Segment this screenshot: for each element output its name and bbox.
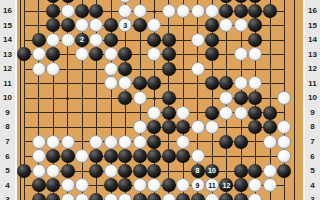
black-stone-c7-r4[interactable] bbox=[104, 178, 118, 192]
black-stone-c14-r11[interactable] bbox=[205, 76, 219, 90]
row-label-left-7: 7 bbox=[0, 137, 15, 146]
black-stone-c8-r6[interactable] bbox=[118, 149, 132, 163]
black-stone-c9-r11[interactable] bbox=[133, 76, 147, 90]
move-9-stone[interactable]: 9 bbox=[191, 178, 205, 192]
white-stone-c8-r3[interactable] bbox=[118, 193, 132, 200]
white-stone-c15-r9[interactable] bbox=[219, 106, 233, 120]
black-stone-c15-r16[interactable] bbox=[219, 4, 233, 18]
black-stone-c3-r15[interactable] bbox=[46, 18, 60, 32]
black-stone-c8-r12[interactable] bbox=[118, 62, 132, 76]
white-stone-c17-r3[interactable] bbox=[248, 193, 262, 200]
white-stone-c2-r6[interactable] bbox=[32, 149, 46, 163]
row-label-right-4: 4 bbox=[305, 181, 320, 190]
white-stone-c5-r3[interactable] bbox=[75, 193, 89, 200]
row-label-right-15: 15 bbox=[305, 21, 320, 30]
row-label-left-13: 13 bbox=[0, 50, 15, 59]
black-stone-c16-r4[interactable] bbox=[234, 178, 248, 192]
white-stone-c16-r11[interactable] bbox=[234, 76, 248, 90]
black-stone-c3-r3[interactable] bbox=[46, 193, 60, 200]
white-stone-c3-r5[interactable] bbox=[46, 164, 60, 178]
white-stone-c9-r16[interactable] bbox=[133, 4, 147, 18]
black-stone-c16-r17[interactable] bbox=[234, 0, 248, 3]
black-stone-c8-r4[interactable] bbox=[118, 178, 132, 192]
black-stone-c6-r13[interactable] bbox=[89, 47, 103, 61]
row-label-right-14: 14 bbox=[305, 35, 320, 44]
row-labels-left: 161514131211109876543 bbox=[0, 0, 17, 200]
white-stone-c2-r5[interactable] bbox=[32, 164, 46, 178]
black-stone-c9-r15[interactable] bbox=[133, 18, 147, 32]
row-label-right-5: 5 bbox=[305, 166, 320, 175]
black-stone-c15-r3[interactable] bbox=[219, 193, 233, 200]
black-stone-c15-r7[interactable] bbox=[219, 135, 233, 149]
white-stone-c3-r14[interactable] bbox=[46, 33, 60, 47]
black-stone-c10-r14[interactable] bbox=[147, 33, 161, 47]
black-stone-c3-r6[interactable] bbox=[46, 149, 60, 163]
white-stone-c9-r8[interactable] bbox=[133, 120, 147, 134]
move-3-stone[interactable]: 3 bbox=[118, 18, 132, 32]
black-stone-c16-r10[interactable] bbox=[234, 91, 248, 105]
black-stone-c2-r3[interactable] bbox=[32, 193, 46, 200]
row-label-left-10: 10 bbox=[0, 93, 15, 102]
row-label-right-12: 12 bbox=[305, 64, 320, 73]
white-stone-c9-r7[interactable] bbox=[133, 135, 147, 149]
black-stone-c3-r13[interactable] bbox=[46, 47, 60, 61]
white-stone-c8-r7[interactable] bbox=[118, 135, 132, 149]
white-stone-c17-r13[interactable] bbox=[248, 47, 262, 61]
black-stone-c17-r9[interactable] bbox=[248, 106, 262, 120]
white-stone-c14-r3[interactable] bbox=[205, 193, 219, 200]
white-stone-c12-r16[interactable] bbox=[176, 4, 190, 18]
black-stone-c1-r13[interactable] bbox=[17, 47, 31, 61]
white-stone-c4-r14[interactable] bbox=[61, 33, 75, 47]
row-label-right-11: 11 bbox=[305, 79, 320, 88]
white-stone-c8-r17[interactable] bbox=[118, 0, 132, 3]
black-stone-c17-r5[interactable] bbox=[248, 164, 262, 178]
black-stone-c11-r14[interactable] bbox=[162, 33, 176, 47]
row-label-left-3: 3 bbox=[0, 195, 15, 200]
black-stone-c9-r5[interactable] bbox=[133, 164, 147, 178]
black-stone-c14-r15[interactable] bbox=[205, 18, 219, 32]
white-stone-c12-r9[interactable] bbox=[176, 106, 190, 120]
black-stone-c12-r3[interactable] bbox=[176, 193, 190, 200]
black-stone-c19-r5[interactable] bbox=[277, 164, 291, 178]
black-stone-c6-r3[interactable] bbox=[89, 193, 103, 200]
white-stone-c7-r7[interactable] bbox=[104, 135, 118, 149]
black-stone-c16-r16[interactable] bbox=[234, 4, 248, 18]
white-stone-c11-r16[interactable] bbox=[162, 4, 176, 18]
row-label-left-12: 12 bbox=[0, 64, 15, 73]
move-8-stone[interactable]: 8 bbox=[191, 164, 205, 178]
white-stone-c7-r12[interactable] bbox=[104, 62, 118, 76]
white-stone-c8-r16[interactable] bbox=[118, 4, 132, 18]
black-stone-c11-r10[interactable] bbox=[162, 91, 176, 105]
row-label-left-8: 8 bbox=[0, 122, 15, 131]
white-stone-c10-r13[interactable] bbox=[147, 47, 161, 61]
black-stone-c1-r5[interactable] bbox=[17, 164, 31, 178]
black-stone-c11-r12[interactable] bbox=[162, 62, 176, 76]
row-label-left-5: 5 bbox=[0, 166, 15, 175]
white-stone-c17-r11[interactable] bbox=[248, 76, 262, 90]
white-stone-c9-r10[interactable] bbox=[133, 91, 147, 105]
white-stone-c3-r12[interactable] bbox=[46, 62, 60, 76]
white-stone-c16-r13[interactable] bbox=[234, 47, 248, 61]
go-board-screenshot: 161514131211109876543 161514131211109876… bbox=[0, 0, 320, 200]
black-stone-c4-r6[interactable] bbox=[61, 149, 75, 163]
white-stone-c18-r4[interactable] bbox=[263, 178, 277, 192]
black-stone-c7-r6[interactable] bbox=[104, 149, 118, 163]
white-stone-c7-r11[interactable] bbox=[104, 76, 118, 90]
white-stone-c2-r12[interactable] bbox=[32, 62, 46, 76]
white-stone-c4-r16[interactable] bbox=[61, 4, 75, 18]
grid-vline-12 bbox=[183, 0, 184, 200]
black-stone-c18-r8[interactable] bbox=[263, 120, 277, 134]
black-stone-c4-r15[interactable] bbox=[61, 18, 75, 32]
white-stone-c13-r14[interactable] bbox=[191, 33, 205, 47]
black-stone-c12-r8[interactable] bbox=[176, 120, 190, 134]
white-stone-c13-r8[interactable] bbox=[191, 120, 205, 134]
white-stone-c8-r11[interactable] bbox=[118, 76, 132, 90]
row-label-left-16: 16 bbox=[0, 6, 15, 15]
black-stone-c6-r6[interactable] bbox=[89, 149, 103, 163]
white-stone-c5-r6[interactable] bbox=[75, 149, 89, 163]
row-label-left-14: 14 bbox=[0, 35, 15, 44]
white-stone-c6-r15[interactable] bbox=[89, 18, 103, 32]
black-stone-c6-r16[interactable] bbox=[89, 4, 103, 18]
row-label-right-16: 16 bbox=[305, 6, 320, 15]
row-label-right-8: 8 bbox=[305, 122, 320, 131]
row-label-left-4: 4 bbox=[0, 181, 15, 190]
row-label-left-6: 6 bbox=[0, 152, 15, 161]
white-stone-c4-r3[interactable] bbox=[61, 193, 75, 200]
black-stone-c9-r6[interactable] bbox=[133, 149, 147, 163]
black-stone-c17-r14[interactable] bbox=[248, 33, 262, 47]
black-stone-c6-r5[interactable] bbox=[89, 164, 103, 178]
white-stone-c7-r13[interactable] bbox=[104, 47, 118, 61]
white-stone-c11-r3[interactable] bbox=[162, 193, 176, 200]
black-stone-c17-r17[interactable] bbox=[248, 0, 262, 3]
black-stone-c17-r8[interactable] bbox=[248, 120, 262, 134]
white-stone-c6-r14[interactable] bbox=[89, 33, 103, 47]
black-stone-c4-r5[interactable] bbox=[61, 164, 75, 178]
row-label-left-9: 9 bbox=[0, 108, 15, 117]
white-stone-c15-r15[interactable] bbox=[219, 18, 233, 32]
black-stone-c11-r4[interactable] bbox=[162, 178, 176, 192]
move-10-stone[interactable]: 10 bbox=[205, 164, 219, 178]
black-stone-c14-r14[interactable] bbox=[205, 33, 219, 47]
black-stone-c11-r9[interactable] bbox=[162, 106, 176, 120]
black-stone-c8-r13[interactable] bbox=[118, 47, 132, 61]
row-label-right-6: 6 bbox=[305, 152, 320, 161]
white-stone-c10-r15[interactable] bbox=[147, 18, 161, 32]
grid-hline-12 bbox=[24, 69, 285, 70]
black-stone-c11-r13[interactable] bbox=[162, 47, 176, 61]
black-stone-c14-r9[interactable] bbox=[205, 106, 219, 120]
row-label-left-11: 11 bbox=[0, 79, 15, 88]
black-stone-c3-r4[interactable] bbox=[46, 178, 60, 192]
white-stone-c12-r7[interactable] bbox=[176, 135, 190, 149]
black-stone-c3-r17[interactable] bbox=[46, 0, 60, 3]
black-stone-c18-r9[interactable] bbox=[263, 106, 277, 120]
star-point bbox=[66, 97, 69, 100]
black-stone-c15-r17[interactable] bbox=[219, 0, 233, 3]
white-stone-c19-r6[interactable] bbox=[277, 149, 291, 163]
black-stone-c15-r11[interactable] bbox=[219, 76, 233, 90]
black-stone-c10-r5[interactable] bbox=[147, 164, 161, 178]
white-stone-c2-r7[interactable] bbox=[32, 135, 46, 149]
white-stone-c5-r13[interactable] bbox=[75, 47, 89, 61]
black-stone-c7-r15[interactable] bbox=[104, 18, 118, 32]
white-stone-c4-r4[interactable] bbox=[61, 178, 75, 192]
black-stone-c16-r7[interactable] bbox=[234, 135, 248, 149]
row-labels-right: 161514131211109876543 bbox=[303, 0, 320, 200]
black-stone-c17-r10[interactable] bbox=[248, 91, 262, 105]
black-stone-c4-r17[interactable] bbox=[61, 0, 75, 3]
white-stone-c10-r4[interactable] bbox=[147, 178, 161, 192]
black-stone-c7-r14[interactable] bbox=[104, 33, 118, 47]
white-stone-c13-r12[interactable] bbox=[191, 62, 205, 76]
white-stone-c14-r16[interactable] bbox=[205, 4, 219, 18]
move-12-stone[interactable]: 12 bbox=[219, 178, 233, 192]
star-point bbox=[153, 97, 156, 100]
white-stone-c18-r7[interactable] bbox=[263, 135, 277, 149]
white-stone-c16-r15[interactable] bbox=[234, 18, 248, 32]
board-right-border bbox=[294, 0, 295, 200]
black-stone-c12-r6[interactable] bbox=[176, 149, 190, 163]
black-stone-c2-r4[interactable] bbox=[32, 178, 46, 192]
black-stone-c3-r16[interactable] bbox=[46, 4, 60, 18]
row-label-right-10: 10 bbox=[305, 93, 320, 102]
black-stone-c11-r6[interactable] bbox=[162, 149, 176, 163]
row-label-right-7: 7 bbox=[305, 137, 320, 146]
white-stone-c7-r5[interactable] bbox=[104, 164, 118, 178]
black-stone-c9-r3[interactable] bbox=[133, 193, 147, 200]
white-stone-c9-r4[interactable] bbox=[133, 178, 147, 192]
white-stone-c19-r8[interactable] bbox=[277, 120, 291, 134]
white-stone-c19-r7[interactable] bbox=[277, 135, 291, 149]
move-11-stone[interactable]: 11 bbox=[205, 178, 219, 192]
black-stone-c14-r13[interactable] bbox=[205, 47, 219, 61]
white-stone-c12-r4[interactable] bbox=[176, 178, 190, 192]
white-stone-c15-r10[interactable] bbox=[219, 91, 233, 105]
black-stone-c16-r5[interactable] bbox=[234, 164, 248, 178]
white-stone-c14-r8[interactable] bbox=[205, 120, 219, 134]
white-stone-c16-r9[interactable] bbox=[234, 106, 248, 120]
row-label-right-13: 13 bbox=[305, 50, 320, 59]
white-stone-c13-r16[interactable] bbox=[191, 4, 205, 18]
black-stone-c5-r16[interactable] bbox=[75, 4, 89, 18]
white-stone-c3-r7[interactable] bbox=[46, 135, 60, 149]
white-stone-c5-r15[interactable] bbox=[75, 18, 89, 32]
black-stone-c17-r15[interactable] bbox=[248, 18, 262, 32]
row-label-left-15: 15 bbox=[0, 21, 15, 30]
black-stone-c10-r3[interactable] bbox=[147, 193, 161, 200]
row-label-right-3: 3 bbox=[305, 195, 320, 200]
white-stone-c19-r10[interactable] bbox=[277, 91, 291, 105]
white-stone-c18-r5[interactable] bbox=[263, 164, 277, 178]
black-stone-c11-r8[interactable] bbox=[162, 120, 176, 134]
black-stone-c16-r3[interactable] bbox=[234, 193, 248, 200]
white-stone-c10-r9[interactable] bbox=[147, 106, 161, 120]
white-stone-c5-r4[interactable] bbox=[75, 178, 89, 192]
black-stone-c8-r10[interactable] bbox=[118, 91, 132, 105]
row-label-right-9: 9 bbox=[305, 108, 320, 117]
star-point bbox=[153, 10, 156, 13]
black-stone-c10-r6[interactable] bbox=[147, 149, 161, 163]
black-stone-c13-r3[interactable] bbox=[191, 193, 205, 200]
white-stone-c13-r6[interactable] bbox=[191, 149, 205, 163]
black-stone-c10-r11[interactable] bbox=[147, 76, 161, 90]
black-stone-c18-r16[interactable] bbox=[263, 4, 277, 18]
white-stone-c6-r7[interactable] bbox=[89, 135, 103, 149]
black-stone-c2-r14[interactable] bbox=[32, 33, 46, 47]
black-stone-c10-r8[interactable] bbox=[147, 120, 161, 134]
black-stone-c8-r5[interactable] bbox=[118, 164, 132, 178]
white-stone-c4-r7[interactable] bbox=[61, 135, 75, 149]
black-stone-c10-r7[interactable] bbox=[147, 135, 161, 149]
white-stone-c7-r3[interactable] bbox=[104, 193, 118, 200]
black-stone-c17-r16[interactable] bbox=[248, 4, 262, 18]
white-stone-c17-r4[interactable] bbox=[248, 178, 262, 192]
white-stone-c2-r13[interactable] bbox=[32, 47, 46, 61]
move-2-stone[interactable]: 2 bbox=[75, 33, 89, 47]
